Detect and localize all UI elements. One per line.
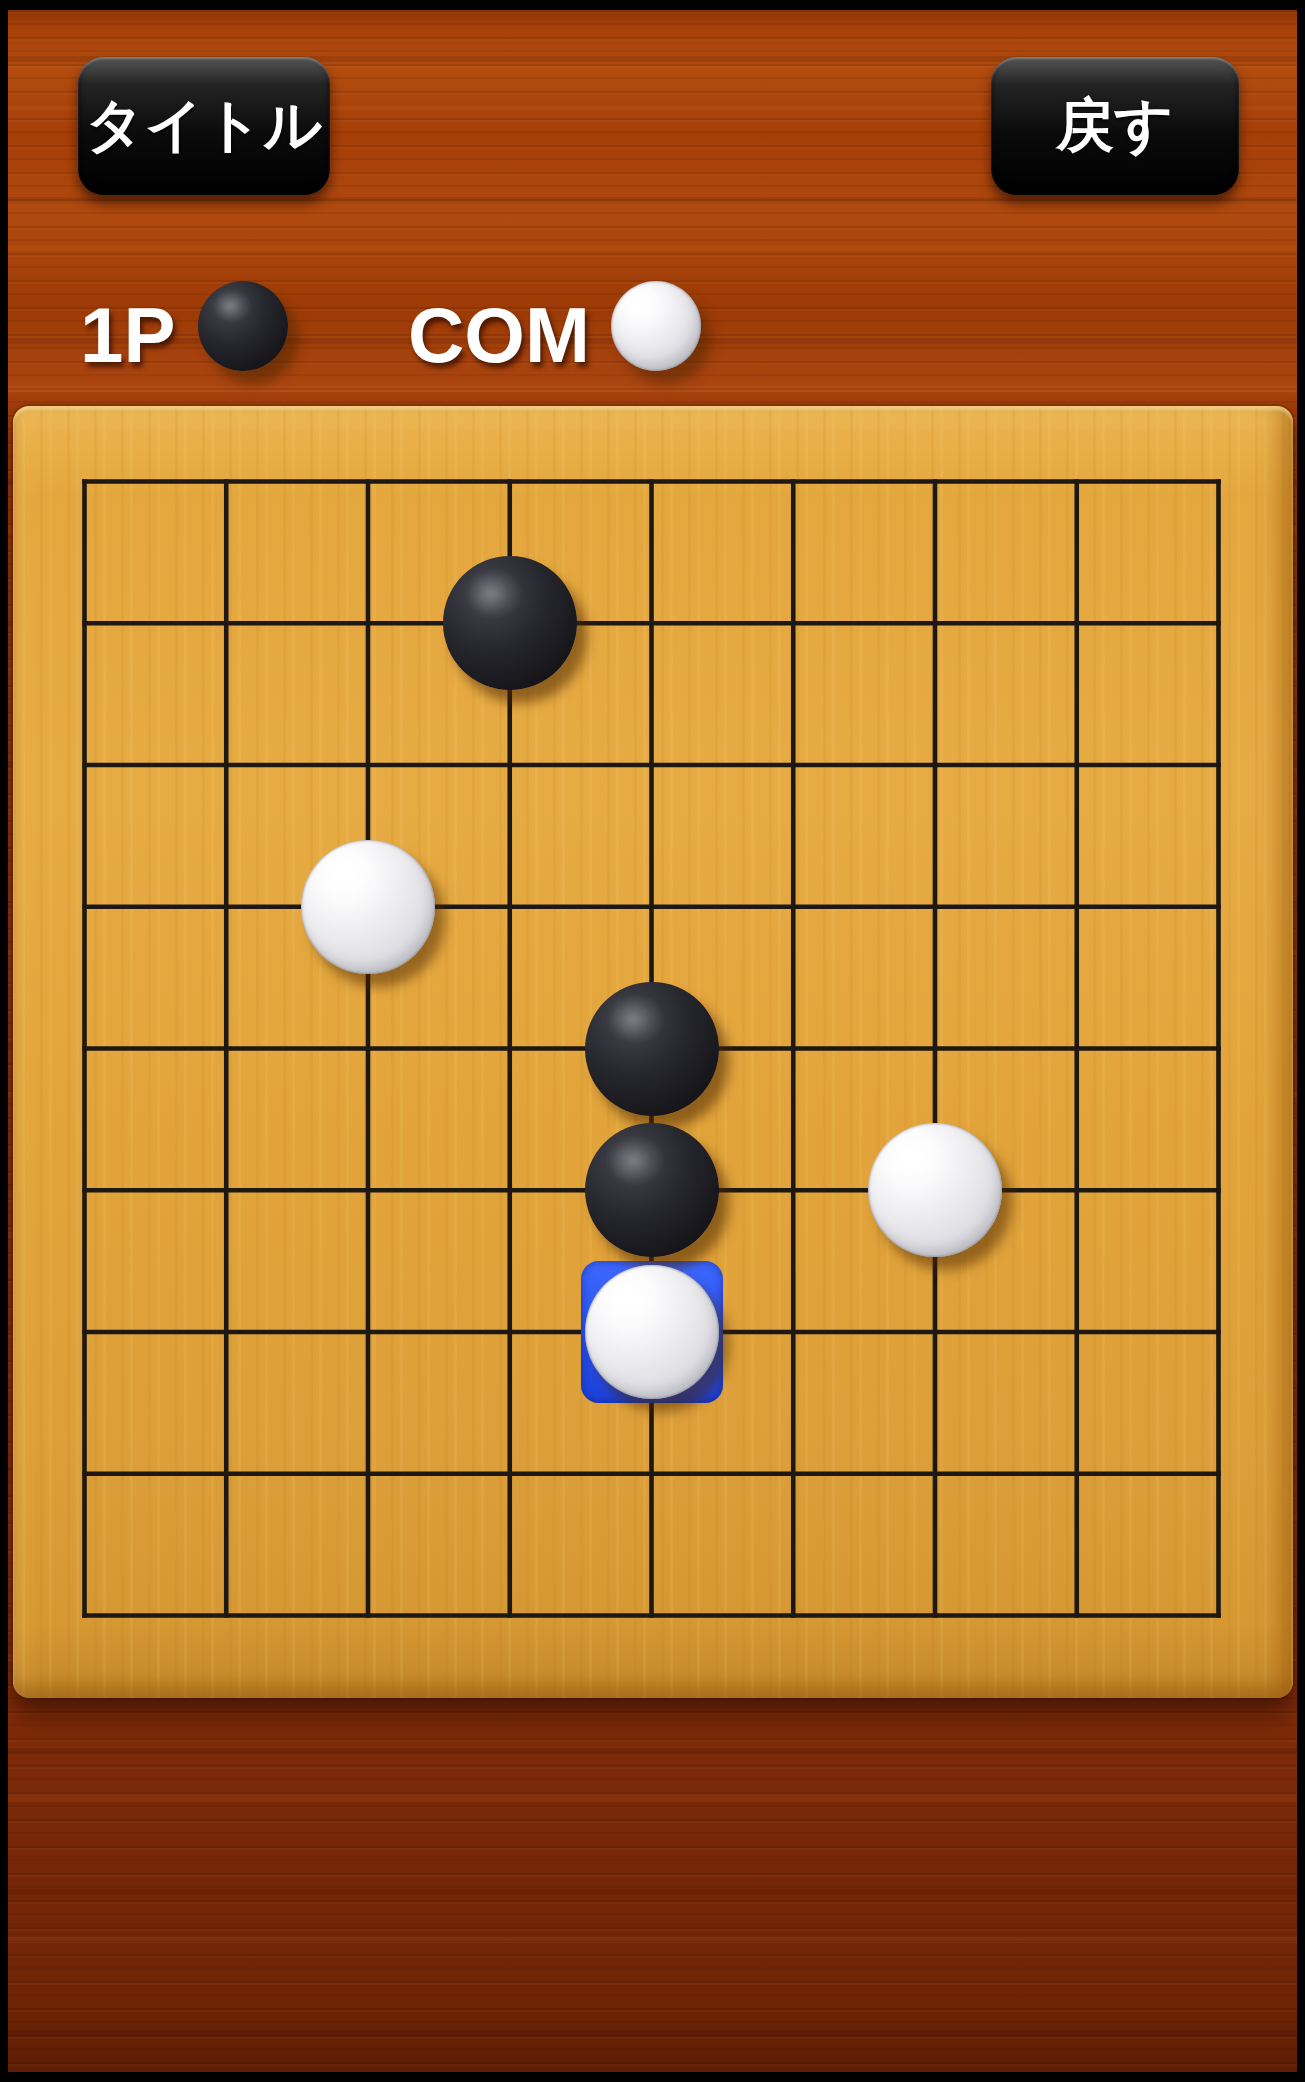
app-screen: タイトル 戻す 1P COM	[0, 0, 1305, 2082]
stone-black	[585, 982, 719, 1116]
player1-stone-icon	[198, 281, 288, 371]
stone-white-last-move	[585, 1265, 719, 1399]
com-label: COM	[408, 289, 590, 381]
go-board[interactable]	[13, 406, 1293, 1698]
stone-black	[443, 556, 577, 690]
stone-black	[585, 1123, 719, 1257]
player1-label: 1P	[80, 289, 175, 381]
com-stone-icon	[611, 281, 701, 371]
stone-white	[301, 840, 435, 974]
title-button[interactable]: タイトル	[78, 57, 330, 195]
undo-button[interactable]: 戻す	[991, 57, 1239, 195]
stone-white	[868, 1123, 1002, 1257]
